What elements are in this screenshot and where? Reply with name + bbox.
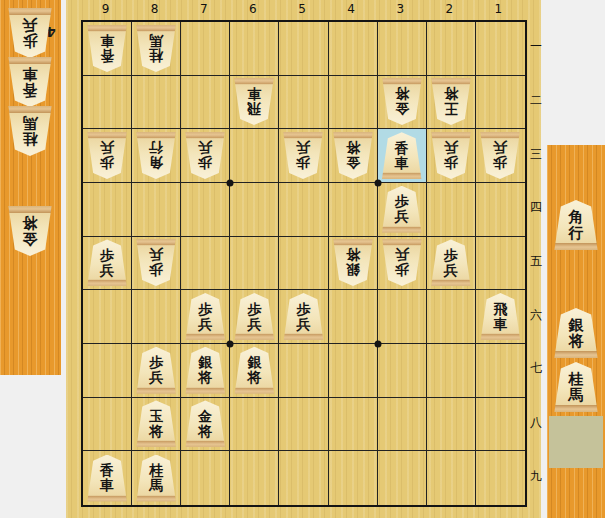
piece-kanji: 兵 [296, 317, 310, 332]
piece-gote-王将[interactable]: 王将 [430, 78, 472, 125]
piece-sente-歩兵[interactable]: 歩兵 [135, 347, 177, 394]
piece-kanji: 兵 [395, 248, 409, 263]
piece-kanji: 行 [569, 225, 584, 241]
square-7五[interactable] [181, 237, 230, 291]
square-3三[interactable]: 香車 [378, 129, 427, 183]
piece-kanji: 玉 [149, 409, 163, 424]
piece-gote-歩兵[interactable]: 歩兵 [7, 8, 53, 58]
piece-sente-桂馬[interactable]: 桂馬 [135, 455, 177, 502]
piece-sente-歩兵[interactable]: 歩兵 [381, 186, 423, 233]
square-1四[interactable] [476, 183, 525, 237]
piece-sente-角行[interactable]: 角行 [553, 200, 599, 250]
square-5七[interactable] [279, 344, 328, 398]
square-9八[interactable] [83, 398, 132, 452]
piece-sente-銀将[interactable]: 銀将 [233, 347, 275, 394]
piece-kanji: 飛 [493, 302, 507, 317]
piece-kanji: 将 [23, 215, 38, 231]
piece-kanji: 香 [23, 82, 38, 98]
square-3一[interactable] [378, 22, 427, 76]
square-2二[interactable]: 王将 [427, 76, 476, 130]
sente-hand-tray: 角行銀将桂馬 [547, 145, 605, 518]
piece-kanji: 王 [444, 102, 458, 117]
piece-kanji: 銀 [569, 317, 584, 333]
square-6三[interactable] [230, 129, 279, 183]
square-3四[interactable]: 歩兵 [378, 183, 427, 237]
square-2五[interactable]: 歩兵 [427, 237, 476, 291]
piece-kanji: 車 [100, 478, 114, 493]
rank-label: 九 [527, 449, 545, 503]
piece-kanji: 将 [346, 248, 360, 263]
square-4三[interactable]: 金将 [329, 129, 378, 183]
piece-kanji: 兵 [444, 263, 458, 278]
square-6五[interactable] [230, 237, 279, 291]
piece-gote-飛車[interactable]: 飛車 [233, 78, 275, 125]
piece-sente-銀将[interactable]: 銀将 [184, 347, 226, 394]
board-grid: 香車桂馬飛車金将王将歩兵角行歩兵歩兵金将香車歩兵歩兵歩兵歩兵歩兵銀将歩兵歩兵歩兵… [81, 20, 527, 507]
piece-kanji: 馬 [149, 478, 163, 493]
file-label: 1 [474, 1, 523, 17]
square-5五[interactable] [279, 237, 328, 291]
square-4八[interactable] [329, 398, 378, 452]
square-9五[interactable]: 歩兵 [83, 237, 132, 291]
file-label: 4 [327, 1, 376, 17]
piece-gote-桂馬[interactable]: 桂馬 [135, 25, 177, 72]
shogi-app: 歩兵4香車桂馬金将 987654321 一二三四五六七八九 香車桂馬飛車金将王将… [0, 0, 605, 518]
square-1一[interactable] [476, 22, 525, 76]
square-8三[interactable]: 角行 [132, 129, 181, 183]
piece-kanji: 金 [198, 409, 212, 424]
piece-gote-香車[interactable]: 香車 [7, 57, 53, 107]
piece-gote-銀将[interactable]: 銀将 [332, 239, 374, 286]
square-3九[interactable] [378, 451, 427, 505]
piece-kanji: 兵 [296, 141, 310, 156]
piece-gote-歩兵[interactable]: 歩兵 [86, 132, 128, 179]
square-2三[interactable]: 歩兵 [427, 129, 476, 183]
piece-sente-香車[interactable]: 香車 [381, 132, 423, 179]
piece-kanji: 歩 [149, 355, 163, 370]
piece-kanji: 角 [149, 156, 163, 171]
square-8一[interactable]: 桂馬 [132, 22, 181, 76]
square-2七[interactable] [427, 344, 476, 398]
square-7七[interactable]: 銀将 [181, 344, 230, 398]
file-label: 6 [228, 1, 277, 17]
rank-label: 五 [527, 235, 545, 289]
square-1八[interactable] [476, 398, 525, 452]
square-7八[interactable]: 金将 [181, 398, 230, 452]
piece-gote-桂馬[interactable]: 桂馬 [7, 106, 53, 156]
piece-kanji: 桂 [149, 48, 163, 63]
piece-kanji: 歩 [247, 302, 261, 317]
rank-label: 八 [527, 396, 545, 450]
piece-kanji: 将 [569, 333, 584, 349]
square-2六[interactable] [427, 290, 476, 344]
square-3五[interactable]: 歩兵 [378, 237, 427, 291]
piece-kanji: 角 [569, 209, 584, 225]
piece-kanji: 歩 [149, 263, 163, 278]
piece-kanji: 歩 [296, 156, 310, 171]
piece-kanji: 将 [346, 141, 360, 156]
piece-gote-金将[interactable]: 金将 [7, 206, 53, 256]
piece-gote-香車[interactable]: 香車 [86, 25, 128, 72]
square-6四[interactable] [230, 183, 279, 237]
piece-kanji: 歩 [493, 156, 507, 171]
piece-sente-歩兵[interactable]: 歩兵 [86, 239, 128, 286]
piece-kanji: 兵 [149, 370, 163, 385]
square-7一[interactable] [181, 22, 230, 76]
piece-kanji: 桂 [23, 131, 38, 147]
piece-kanji: 金 [395, 102, 409, 117]
piece-kanji: 兵 [198, 317, 212, 332]
square-8五[interactable]: 歩兵 [132, 237, 181, 291]
star-point [374, 180, 381, 187]
square-4一[interactable] [329, 22, 378, 76]
piece-kanji: 歩 [198, 156, 212, 171]
piece-kanji: 兵 [247, 317, 261, 332]
square-8四[interactable] [132, 183, 181, 237]
square-5六[interactable]: 歩兵 [279, 290, 328, 344]
square-7六[interactable]: 歩兵 [181, 290, 230, 344]
square-4五[interactable]: 銀将 [329, 237, 378, 291]
square-5一[interactable] [279, 22, 328, 76]
square-7二[interactable] [181, 76, 230, 130]
square-1七[interactable] [476, 344, 525, 398]
square-6八[interactable] [230, 398, 279, 452]
piece-kanji: 車 [493, 317, 507, 332]
square-6二[interactable]: 飛車 [230, 76, 279, 130]
square-2四[interactable] [427, 183, 476, 237]
file-label: 2 [425, 1, 474, 17]
piece-kanji: 飛 [247, 102, 261, 117]
square-8二[interactable] [132, 76, 181, 130]
rank-label: 三 [527, 127, 545, 181]
piece-kanji: 将 [198, 424, 212, 439]
piece-kanji: 金 [346, 156, 360, 171]
square-7九[interactable] [181, 451, 230, 505]
piece-kanji: 兵 [149, 248, 163, 263]
square-8七[interactable]: 歩兵 [132, 344, 181, 398]
piece-kanji: 行 [149, 141, 163, 156]
piece-sente-歩兵[interactable]: 歩兵 [282, 293, 324, 340]
piece-gote-歩兵[interactable]: 歩兵 [184, 132, 226, 179]
rank-label: 四 [527, 181, 545, 235]
piece-gote-歩兵[interactable]: 歩兵 [479, 132, 521, 179]
square-7四[interactable] [181, 183, 230, 237]
piece-kanji: 兵 [23, 17, 38, 33]
square-4六[interactable] [329, 290, 378, 344]
piece-gote-歩兵[interactable]: 歩兵 [430, 132, 472, 179]
square-2一[interactable] [427, 22, 476, 76]
square-5二[interactable] [279, 76, 328, 130]
piece-kanji: 歩 [444, 156, 458, 171]
piece-kanji: 歩 [395, 194, 409, 209]
piece-sente-玉将[interactable]: 玉将 [135, 400, 177, 447]
piece-kanji: 金 [23, 231, 38, 247]
square-3八[interactable] [378, 398, 427, 452]
piece-sente-桂馬[interactable]: 桂馬 [553, 362, 599, 412]
rank-label: 七 [527, 342, 545, 396]
square-9七[interactable] [83, 344, 132, 398]
piece-sente-歩兵[interactable]: 歩兵 [184, 293, 226, 340]
piece-sente-歩兵[interactable]: 歩兵 [430, 239, 472, 286]
rank-label: 六 [527, 288, 545, 342]
file-label: 8 [130, 1, 179, 17]
square-3七[interactable] [378, 344, 427, 398]
piece-kanji: 歩 [395, 263, 409, 278]
piece-sente-金将[interactable]: 金将 [184, 400, 226, 447]
piece-kanji: 兵 [198, 141, 212, 156]
square-6七[interactable]: 銀将 [230, 344, 279, 398]
piece-kanji: 香 [100, 48, 114, 63]
square-9二[interactable] [83, 76, 132, 130]
piece-kanji: 将 [198, 370, 212, 385]
piece-gote-金将[interactable]: 金将 [332, 132, 374, 179]
square-4七[interactable] [329, 344, 378, 398]
file-labels: 987654321 [81, 1, 523, 17]
piece-kanji: 銀 [346, 263, 360, 278]
piece-kanji: 将 [444, 87, 458, 102]
square-4二[interactable] [329, 76, 378, 130]
piece-kanji: 馬 [23, 115, 38, 131]
piece-sente-歩兵[interactable]: 歩兵 [233, 293, 275, 340]
piece-kanji: 馬 [569, 387, 584, 403]
file-label: 3 [376, 1, 425, 17]
square-9四[interactable] [83, 183, 132, 237]
piece-kanji: 兵 [493, 141, 507, 156]
piece-kanji: 車 [395, 156, 409, 171]
square-2九[interactable] [427, 451, 476, 505]
square-3六[interactable] [378, 290, 427, 344]
hand-slot-highlight [549, 416, 603, 468]
piece-sente-香車[interactable]: 香車 [86, 455, 128, 502]
rank-label: 一 [527, 20, 545, 74]
file-label: 9 [81, 1, 130, 17]
square-6九[interactable] [230, 451, 279, 505]
square-6六[interactable]: 歩兵 [230, 290, 279, 344]
square-1九[interactable] [476, 451, 525, 505]
square-8八[interactable]: 玉将 [132, 398, 181, 452]
square-2八[interactable] [427, 398, 476, 452]
gote-hand-tray: 歩兵4香車桂馬金将 [0, 0, 61, 375]
rank-label: 二 [527, 74, 545, 128]
piece-kanji: 桂 [149, 463, 163, 478]
piece-kanji: 歩 [198, 302, 212, 317]
square-9三[interactable]: 歩兵 [83, 129, 132, 183]
square-5九[interactable] [279, 451, 328, 505]
piece-kanji: 将 [395, 87, 409, 102]
piece-kanji: 香 [395, 141, 409, 156]
square-1五[interactable] [476, 237, 525, 291]
square-7三[interactable]: 歩兵 [181, 129, 230, 183]
piece-kanji: 歩 [23, 33, 38, 49]
piece-kanji: 馬 [149, 33, 163, 48]
square-8九[interactable]: 桂馬 [132, 451, 181, 505]
square-9九[interactable]: 香車 [83, 451, 132, 505]
square-5四[interactable] [279, 183, 328, 237]
board-panel: 987654321 一二三四五六七八九 香車桂馬飛車金将王将歩兵角行歩兵歩兵金将… [66, 0, 541, 518]
piece-kanji: 車 [100, 33, 114, 48]
square-8六[interactable] [132, 290, 181, 344]
square-6一[interactable] [230, 22, 279, 76]
file-label: 7 [179, 1, 228, 17]
piece-kanji: 桂 [569, 371, 584, 387]
piece-kanji: 兵 [444, 141, 458, 156]
square-9六[interactable] [83, 290, 132, 344]
piece-kanji: 車 [247, 87, 261, 102]
piece-kanji: 兵 [100, 141, 114, 156]
star-point [374, 341, 381, 348]
file-label: 5 [277, 1, 326, 17]
piece-gote-角行[interactable]: 角行 [135, 132, 177, 179]
square-4九[interactable] [329, 451, 378, 505]
square-5三[interactable]: 歩兵 [279, 129, 328, 183]
piece-kanji: 歩 [444, 248, 458, 263]
square-4四[interactable] [329, 183, 378, 237]
square-3二[interactable]: 金将 [378, 76, 427, 130]
square-1六[interactable]: 飛車 [476, 290, 525, 344]
star-point [227, 180, 234, 187]
piece-kanji: 将 [149, 424, 163, 439]
square-1二[interactable] [476, 76, 525, 130]
piece-gote-歩兵[interactable]: 歩兵 [381, 239, 423, 286]
piece-sente-飛車[interactable]: 飛車 [479, 293, 521, 340]
square-1三[interactable]: 歩兵 [476, 129, 525, 183]
piece-sente-銀将[interactable]: 銀将 [553, 308, 599, 358]
piece-kanji: 香 [100, 463, 114, 478]
square-9一[interactable]: 香車 [83, 22, 132, 76]
piece-kanji: 歩 [296, 302, 310, 317]
piece-kanji: 銀 [198, 355, 212, 370]
piece-kanji: 兵 [100, 263, 114, 278]
square-5八[interactable] [279, 398, 328, 452]
piece-kanji: 将 [247, 370, 261, 385]
piece-kanji: 車 [23, 66, 38, 82]
piece-gote-歩兵[interactable]: 歩兵 [135, 239, 177, 286]
piece-gote-金将[interactable]: 金将 [381, 78, 423, 125]
piece-kanji: 兵 [395, 209, 409, 224]
piece-kanji: 歩 [100, 156, 114, 171]
rank-labels: 一二三四五六七八九 [527, 20, 545, 503]
piece-kanji: 銀 [247, 355, 261, 370]
piece-kanji: 歩 [100, 248, 114, 263]
piece-gote-歩兵[interactable]: 歩兵 [282, 132, 324, 179]
star-point [227, 341, 234, 348]
